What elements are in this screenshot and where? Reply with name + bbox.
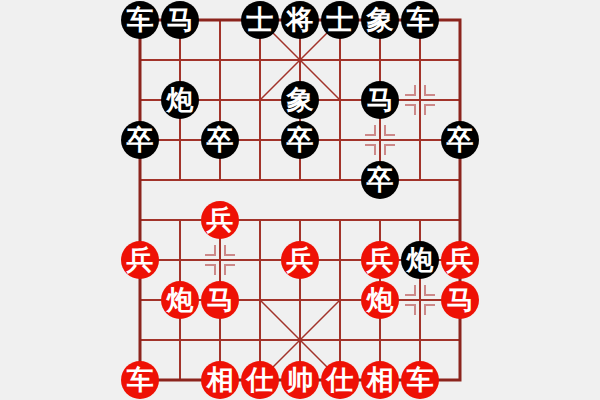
red-soldier-glyph: 兵 — [281, 241, 319, 279]
last-move-marker-h2 — [400, 80, 440, 120]
red-soldier-glyph: 兵 — [361, 241, 399, 279]
piece-black-advisor-d0[interactable]: 士 — [240, 0, 280, 40]
black-cannon-glyph: 炮 — [161, 81, 199, 119]
last-move-marker-g3 — [360, 120, 400, 160]
black-chariot-glyph: 车 — [121, 1, 159, 39]
piece-black-chariot-h0[interactable]: 车 — [400, 0, 440, 40]
red-cannon-glyph: 炮 — [161, 281, 199, 319]
red-soldier-glyph: 兵 — [201, 201, 239, 239]
black-elephant-glyph: 象 — [281, 81, 319, 119]
piece-red-elephant-c9[interactable]: 相 — [200, 360, 240, 400]
red-soldier-glyph: 兵 — [121, 241, 159, 279]
red-advisor-glyph: 仕 — [321, 361, 359, 399]
black-chariot-glyph: 车 — [401, 1, 439, 39]
red-cannon-glyph: 炮 — [361, 281, 399, 319]
move-marker-cross — [365, 125, 395, 155]
piece-black-soldier-c3[interactable]: 卒 — [200, 120, 240, 160]
piece-red-chariot-a9[interactable]: 车 — [120, 360, 160, 400]
black-soldier-glyph: 卒 — [201, 121, 239, 159]
black-advisor-glyph: 士 — [241, 1, 279, 39]
red-horse-glyph: 马 — [441, 281, 479, 319]
last-move-marker-c6 — [200, 240, 240, 280]
piece-black-cannon-h6[interactable]: 炮 — [400, 240, 440, 280]
black-elephant-glyph: 象 — [361, 1, 399, 39]
red-horse-glyph: 马 — [201, 281, 239, 319]
piece-red-soldier-a6[interactable]: 兵 — [120, 240, 160, 280]
piece-black-general-e0[interactable]: 将 — [280, 0, 320, 40]
move-marker-cross — [405, 285, 435, 315]
black-soldier-glyph: 卒 — [121, 121, 159, 159]
piece-black-horse-b0[interactable]: 马 — [160, 0, 200, 40]
xiangqi-board: 车马士将士象车炮象马卒卒卒卒卒炮兵兵兵兵兵炮马炮马车相仕帅仕相车 — [0, 0, 600, 400]
piece-red-advisor-f9[interactable]: 仕 — [320, 360, 360, 400]
red-elephant-glyph: 相 — [361, 361, 399, 399]
piece-red-soldier-c5[interactable]: 兵 — [200, 200, 240, 240]
piece-red-horse-c7[interactable]: 马 — [200, 280, 240, 320]
black-soldier-glyph: 卒 — [281, 121, 319, 159]
piece-red-advisor-d9[interactable]: 仕 — [240, 360, 280, 400]
piece-red-general-e9[interactable]: 帅 — [280, 360, 320, 400]
red-general-glyph: 帅 — [281, 361, 319, 399]
board-intersections-grid[interactable]: 车马士将士象车炮象马卒卒卒卒卒炮兵兵兵兵兵炮马炮马车相仕帅仕相车 — [120, 0, 480, 400]
red-soldier-glyph: 兵 — [441, 241, 479, 279]
piece-red-elephant-g9[interactable]: 相 — [360, 360, 400, 400]
piece-red-soldier-i6[interactable]: 兵 — [440, 240, 480, 280]
red-advisor-glyph: 仕 — [241, 361, 279, 399]
red-elephant-glyph: 相 — [201, 361, 239, 399]
piece-red-cannon-b7[interactable]: 炮 — [160, 280, 200, 320]
piece-red-soldier-e6[interactable]: 兵 — [280, 240, 320, 280]
piece-black-advisor-f0[interactable]: 士 — [320, 0, 360, 40]
red-chariot-glyph: 车 — [401, 361, 439, 399]
last-move-marker-h7 — [400, 280, 440, 320]
black-cannon-glyph: 炮 — [401, 241, 439, 279]
piece-black-soldier-a3[interactable]: 卒 — [120, 120, 160, 160]
piece-black-chariot-a0[interactable]: 车 — [120, 0, 160, 40]
black-horse-glyph: 马 — [361, 81, 399, 119]
black-advisor-glyph: 士 — [321, 1, 359, 39]
piece-black-cannon-b2[interactable]: 炮 — [160, 80, 200, 120]
piece-red-cannon-g7[interactable]: 炮 — [360, 280, 400, 320]
piece-black-horse-g2[interactable]: 马 — [360, 80, 400, 120]
black-general-glyph: 将 — [281, 1, 319, 39]
piece-black-soldier-i3[interactable]: 卒 — [440, 120, 480, 160]
piece-black-elephant-g0[interactable]: 象 — [360, 0, 400, 40]
piece-black-soldier-g4[interactable]: 卒 — [360, 160, 400, 200]
move-marker-cross — [205, 245, 235, 275]
move-marker-cross — [405, 85, 435, 115]
piece-red-soldier-g6[interactable]: 兵 — [360, 240, 400, 280]
black-soldier-glyph: 卒 — [441, 121, 479, 159]
piece-red-chariot-h9[interactable]: 车 — [400, 360, 440, 400]
red-chariot-glyph: 车 — [121, 361, 159, 399]
piece-black-elephant-e2[interactable]: 象 — [280, 80, 320, 120]
piece-red-horse-i7[interactable]: 马 — [440, 280, 480, 320]
black-soldier-glyph: 卒 — [361, 161, 399, 199]
black-horse-glyph: 马 — [161, 1, 199, 39]
piece-black-soldier-e3[interactable]: 卒 — [280, 120, 320, 160]
